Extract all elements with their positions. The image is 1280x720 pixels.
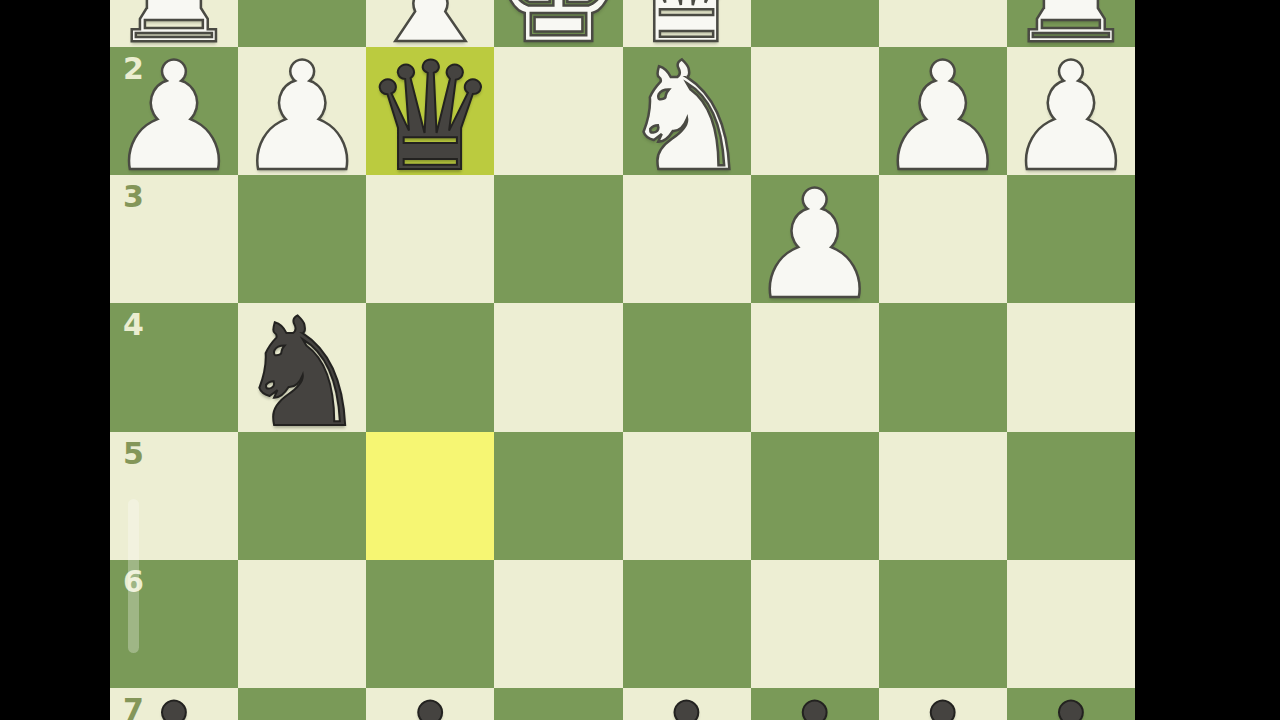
square-c5[interactable] bbox=[751, 432, 879, 560]
square-b3[interactable] bbox=[879, 175, 1007, 303]
square-e4[interactable] bbox=[494, 303, 622, 431]
square-b2[interactable]: ♟ bbox=[879, 47, 1007, 175]
square-e5[interactable] bbox=[494, 432, 622, 560]
square-f6[interactable] bbox=[366, 560, 494, 688]
square-b4[interactable] bbox=[879, 303, 1007, 431]
square-g6[interactable] bbox=[238, 560, 366, 688]
white-pawn[interactable]: ♟ bbox=[876, 42, 1010, 192]
black-queen[interactable]: ♛ bbox=[363, 42, 497, 192]
square-f7[interactable]: ♟ bbox=[366, 688, 494, 720]
square-b7[interactable]: ♟ bbox=[879, 688, 1007, 720]
square-e1[interactable]: ♚ bbox=[494, 0, 622, 47]
video-frame: 1♜♝♚♛♜2♟♟♛♞♟♟3♟4♞567♟♟♟♟♟♟8 bbox=[0, 0, 1280, 720]
rank-label-3: 3 bbox=[123, 182, 144, 212]
black-pawn[interactable]: ♟ bbox=[747, 683, 881, 720]
rank-label-5: 5 bbox=[123, 439, 144, 469]
square-f2[interactable]: ♛ bbox=[366, 47, 494, 175]
square-g3[interactable] bbox=[238, 175, 366, 303]
square-h7[interactable]: 7♟ bbox=[110, 688, 238, 720]
square-a6[interactable] bbox=[1007, 560, 1135, 688]
square-d6[interactable] bbox=[623, 560, 751, 688]
square-c7[interactable]: ♟ bbox=[751, 688, 879, 720]
square-b6[interactable] bbox=[879, 560, 1007, 688]
square-d7[interactable]: ♟ bbox=[623, 688, 751, 720]
black-knight[interactable]: ♞ bbox=[235, 298, 369, 448]
square-f3[interactable] bbox=[366, 175, 494, 303]
square-g7[interactable] bbox=[238, 688, 366, 720]
black-pawn[interactable]: ♟ bbox=[107, 683, 241, 720]
square-f5[interactable] bbox=[366, 432, 494, 560]
black-pawn[interactable]: ♟ bbox=[619, 683, 753, 720]
square-e7[interactable] bbox=[494, 688, 622, 720]
square-d3[interactable] bbox=[623, 175, 751, 303]
square-a5[interactable] bbox=[1007, 432, 1135, 560]
white-pawn[interactable]: ♟ bbox=[747, 170, 881, 320]
square-d4[interactable] bbox=[623, 303, 751, 431]
square-e3[interactable] bbox=[494, 175, 622, 303]
chess-board[interactable]: 1♜♝♚♛♜2♟♟♛♞♟♟3♟4♞567♟♟♟♟♟♟8 bbox=[110, 0, 1135, 720]
scroll-streak-artifact bbox=[128, 499, 139, 653]
white-pawn[interactable]: ♟ bbox=[235, 42, 369, 192]
white-pawn[interactable]: ♟ bbox=[1004, 42, 1138, 192]
square-c2[interactable] bbox=[751, 47, 879, 175]
square-h3[interactable]: 3 bbox=[110, 175, 238, 303]
square-a2[interactable]: ♟ bbox=[1007, 47, 1135, 175]
square-c1[interactable] bbox=[751, 0, 879, 47]
white-knight[interactable]: ♞ bbox=[619, 42, 753, 192]
square-g5[interactable] bbox=[238, 432, 366, 560]
square-h4[interactable]: 4 bbox=[110, 303, 238, 431]
square-c4[interactable] bbox=[751, 303, 879, 431]
square-c6[interactable] bbox=[751, 560, 879, 688]
rank-label-4: 4 bbox=[123, 310, 144, 340]
square-e2[interactable] bbox=[494, 47, 622, 175]
square-f4[interactable] bbox=[366, 303, 494, 431]
white-pawn[interactable]: ♟ bbox=[107, 42, 241, 192]
black-pawn[interactable]: ♟ bbox=[363, 683, 497, 720]
square-a4[interactable] bbox=[1007, 303, 1135, 431]
square-d5[interactable] bbox=[623, 432, 751, 560]
square-c3[interactable]: ♟ bbox=[751, 175, 879, 303]
black-pawn[interactable]: ♟ bbox=[1004, 683, 1138, 720]
square-d2[interactable]: ♞ bbox=[623, 47, 751, 175]
square-b5[interactable] bbox=[879, 432, 1007, 560]
black-pawn[interactable]: ♟ bbox=[876, 683, 1010, 720]
square-g2[interactable]: ♟ bbox=[238, 47, 366, 175]
square-h2[interactable]: 2♟ bbox=[110, 47, 238, 175]
square-e6[interactable] bbox=[494, 560, 622, 688]
square-a7[interactable]: ♟ bbox=[1007, 688, 1135, 720]
square-g4[interactable]: ♞ bbox=[238, 303, 366, 431]
square-a3[interactable] bbox=[1007, 175, 1135, 303]
